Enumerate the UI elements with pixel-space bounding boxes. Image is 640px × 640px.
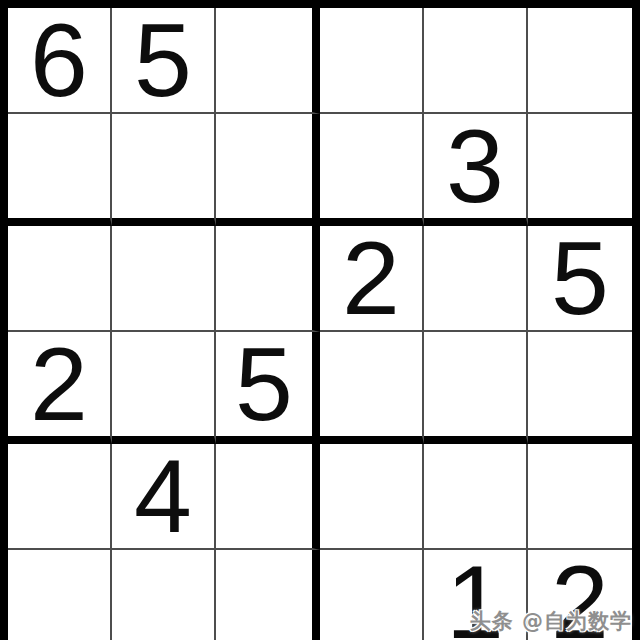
given-digit: 5 [235,332,293,436]
cell-r5c4[interactable] [320,444,424,550]
cell-r5c6[interactable] [528,444,632,550]
cell-r4c2[interactable] [112,332,216,444]
cell-r2c3[interactable] [216,114,320,226]
cell-r2c6[interactable] [528,114,632,226]
cell-r2c1[interactable] [8,114,112,226]
cell-r3c6[interactable]: 5 [528,226,632,332]
cell-r1c3[interactable] [216,8,320,114]
cell-r6c3[interactable] [216,550,320,640]
cell-r4c3[interactable]: 5 [216,332,320,444]
cell-r4c4[interactable] [320,332,424,444]
cell-r1c2[interactable]: 5 [112,8,216,114]
cell-r5c5[interactable] [424,444,528,550]
sudoku-puzzle-image: 6532525412 头条 @自为数学 [0,0,640,640]
cell-r6c4[interactable] [320,550,424,640]
cell-r4c6[interactable] [528,332,632,444]
given-digit: 4 [134,444,192,548]
given-digit: 5 [134,8,192,112]
cell-r4c5[interactable] [424,332,528,444]
cell-r2c5[interactable]: 3 [424,114,528,226]
cell-r1c4[interactable] [320,8,424,114]
given-digit: 2 [30,332,88,436]
cell-r1c6[interactable] [528,8,632,114]
cell-r6c1[interactable] [8,550,112,640]
cell-r4c1[interactable]: 2 [8,332,112,444]
cell-r2c4[interactable] [320,114,424,226]
cell-r1c5[interactable] [424,8,528,114]
given-digit: 2 [342,226,400,330]
cell-r3c5[interactable] [424,226,528,332]
cell-r1c1[interactable]: 6 [8,8,112,114]
cell-r3c3[interactable] [216,226,320,332]
cell-r5c3[interactable] [216,444,320,550]
cell-r3c1[interactable] [8,226,112,332]
cell-r5c2[interactable]: 4 [112,444,216,550]
watermark-text: 头条 @自为数学 [470,607,632,635]
sudoku-board: 6532525412 [0,0,640,640]
cell-r2c2[interactable] [112,114,216,226]
cell-r5c1[interactable] [8,444,112,550]
cell-r6c2[interactable] [112,550,216,640]
cell-r3c2[interactable] [112,226,216,332]
given-digit: 6 [30,8,88,112]
cell-r3c4[interactable]: 2 [320,226,424,332]
given-digit: 5 [551,226,609,330]
given-digit: 3 [446,114,504,218]
